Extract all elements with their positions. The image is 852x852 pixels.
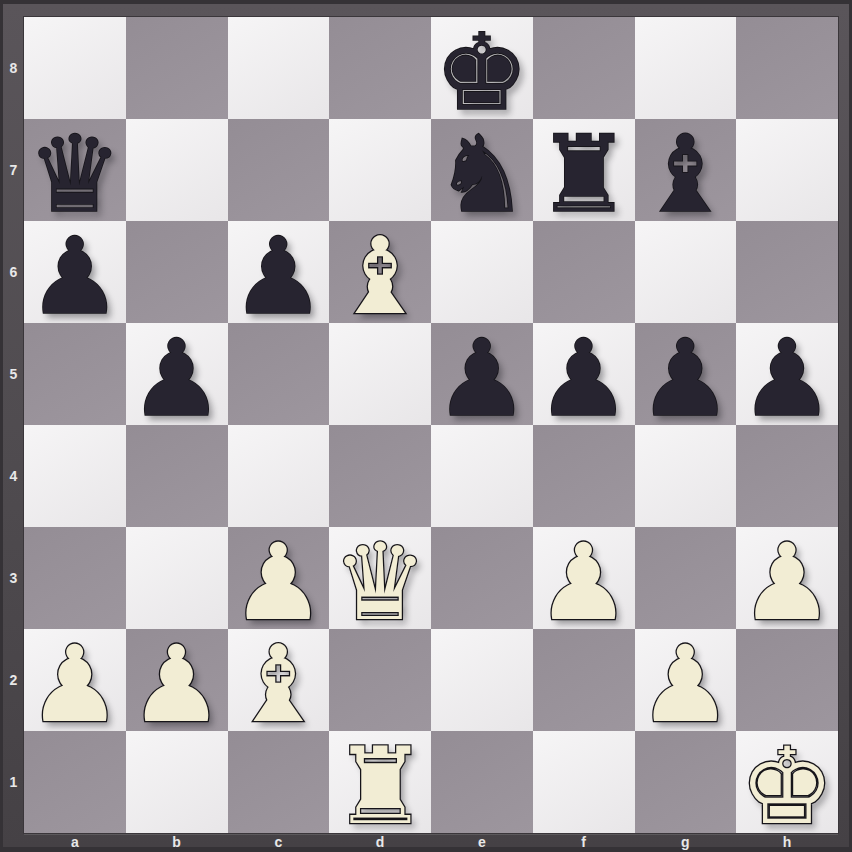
- chess-board: ♚♛♞♜♝♟♟♝♟♟♟♟♟♟♛♟♟♟♟♝♟♜♚: [24, 17, 838, 833]
- square-g3[interactable]: [635, 527, 737, 629]
- square-h3[interactable]: ♟: [736, 527, 838, 629]
- file-label-b: b: [126, 833, 228, 851]
- square-d4[interactable]: [329, 425, 431, 527]
- square-d8[interactable]: [329, 17, 431, 119]
- file-label-a: a: [24, 833, 126, 851]
- square-a5[interactable]: [24, 323, 126, 425]
- rank-label-5: 5: [3, 323, 24, 425]
- piece-black-pawn: ♟: [126, 328, 228, 430]
- square-e2[interactable]: [431, 629, 533, 731]
- piece-black-queen: ♛: [24, 124, 126, 226]
- rank-label-8: 8: [3, 17, 24, 119]
- square-h2[interactable]: [736, 629, 838, 731]
- square-a4[interactable]: [24, 425, 126, 527]
- rank-label-6: 6: [3, 221, 24, 323]
- square-b7[interactable]: [126, 119, 228, 221]
- square-f7[interactable]: ♜: [533, 119, 635, 221]
- board-frame: 87654321 ♚♛♞♜♝♟♟♝♟♟♟♟♟♟♛♟♟♟♟♝♟♜♚ abcdefg…: [0, 0, 852, 852]
- square-h7[interactable]: [736, 119, 838, 221]
- square-b2[interactable]: ♟: [126, 629, 228, 731]
- piece-white-pawn: ♟: [126, 634, 228, 736]
- piece-black-pawn: ♟: [431, 328, 533, 430]
- square-c3[interactable]: ♟: [228, 527, 330, 629]
- square-g8[interactable]: [635, 17, 737, 119]
- rank-label-4: 4: [3, 425, 24, 527]
- square-e3[interactable]: [431, 527, 533, 629]
- square-f3[interactable]: ♟: [533, 527, 635, 629]
- square-g7[interactable]: ♝: [635, 119, 737, 221]
- square-e5[interactable]: ♟: [431, 323, 533, 425]
- square-d2[interactable]: [329, 629, 431, 731]
- square-h5[interactable]: ♟: [736, 323, 838, 425]
- square-c5[interactable]: [228, 323, 330, 425]
- piece-white-rook: ♜: [329, 736, 431, 838]
- rank-label-1: 1: [3, 731, 24, 833]
- piece-black-knight: ♞: [431, 124, 533, 226]
- square-f8[interactable]: [533, 17, 635, 119]
- square-b8[interactable]: [126, 17, 228, 119]
- square-e1[interactable]: [431, 731, 533, 833]
- piece-black-king: ♚: [431, 22, 533, 124]
- piece-black-pawn: ♟: [736, 328, 838, 430]
- square-a6[interactable]: ♟: [24, 221, 126, 323]
- piece-black-pawn: ♟: [533, 328, 635, 430]
- square-c4[interactable]: [228, 425, 330, 527]
- square-e6[interactable]: [431, 221, 533, 323]
- file-label-h: h: [736, 833, 838, 851]
- piece-black-pawn: ♟: [24, 226, 126, 328]
- square-g6[interactable]: [635, 221, 737, 323]
- square-h6[interactable]: [736, 221, 838, 323]
- square-d6[interactable]: ♝: [329, 221, 431, 323]
- square-a7[interactable]: ♛: [24, 119, 126, 221]
- square-f4[interactable]: [533, 425, 635, 527]
- square-g2[interactable]: ♟: [635, 629, 737, 731]
- square-d5[interactable]: [329, 323, 431, 425]
- piece-white-king: ♚: [736, 736, 838, 838]
- square-b1[interactable]: [126, 731, 228, 833]
- square-a8[interactable]: [24, 17, 126, 119]
- piece-white-bishop: ♝: [329, 226, 431, 328]
- file-label-e: e: [431, 833, 533, 851]
- square-h4[interactable]: [736, 425, 838, 527]
- square-c6[interactable]: ♟: [228, 221, 330, 323]
- square-f2[interactable]: [533, 629, 635, 731]
- square-b4[interactable]: [126, 425, 228, 527]
- piece-white-queen: ♛: [329, 532, 431, 634]
- square-d7[interactable]: [329, 119, 431, 221]
- square-c1[interactable]: [228, 731, 330, 833]
- file-label-f: f: [533, 833, 635, 851]
- rank-label-3: 3: [3, 527, 24, 629]
- square-g4[interactable]: [635, 425, 737, 527]
- rank-label-2: 2: [3, 629, 24, 731]
- square-g1[interactable]: [635, 731, 737, 833]
- square-e4[interactable]: [431, 425, 533, 527]
- piece-black-pawn: ♟: [228, 226, 330, 328]
- square-e8[interactable]: ♚: [431, 17, 533, 119]
- square-h8[interactable]: [736, 17, 838, 119]
- square-e7[interactable]: ♞: [431, 119, 533, 221]
- square-f5[interactable]: ♟: [533, 323, 635, 425]
- square-a3[interactable]: [24, 527, 126, 629]
- square-f1[interactable]: [533, 731, 635, 833]
- square-b5[interactable]: ♟: [126, 323, 228, 425]
- rank-labels: 87654321: [3, 17, 24, 833]
- piece-white-pawn: ♟: [533, 532, 635, 634]
- file-label-g: g: [635, 833, 737, 851]
- square-h1[interactable]: ♚: [736, 731, 838, 833]
- piece-white-pawn: ♟: [24, 634, 126, 736]
- square-g5[interactable]: ♟: [635, 323, 737, 425]
- file-label-d: d: [329, 833, 431, 851]
- square-c8[interactable]: [228, 17, 330, 119]
- piece-white-pawn: ♟: [635, 634, 737, 736]
- square-a1[interactable]: [24, 731, 126, 833]
- square-d3[interactable]: ♛: [329, 527, 431, 629]
- piece-black-pawn: ♟: [635, 328, 737, 430]
- piece-black-rook: ♜: [533, 124, 635, 226]
- square-b3[interactable]: [126, 527, 228, 629]
- square-b6[interactable]: [126, 221, 228, 323]
- piece-white-pawn: ♟: [228, 532, 330, 634]
- square-f6[interactable]: [533, 221, 635, 323]
- square-c7[interactable]: [228, 119, 330, 221]
- rank-label-7: 7: [3, 119, 24, 221]
- file-labels: abcdefgh: [24, 833, 838, 851]
- piece-white-bishop: ♝: [228, 634, 330, 736]
- square-a2[interactable]: ♟: [24, 629, 126, 731]
- file-label-c: c: [228, 833, 330, 851]
- piece-white-pawn: ♟: [736, 532, 838, 634]
- piece-black-bishop: ♝: [635, 124, 737, 226]
- square-c2[interactable]: ♝: [228, 629, 330, 731]
- square-d1[interactable]: ♜: [329, 731, 431, 833]
